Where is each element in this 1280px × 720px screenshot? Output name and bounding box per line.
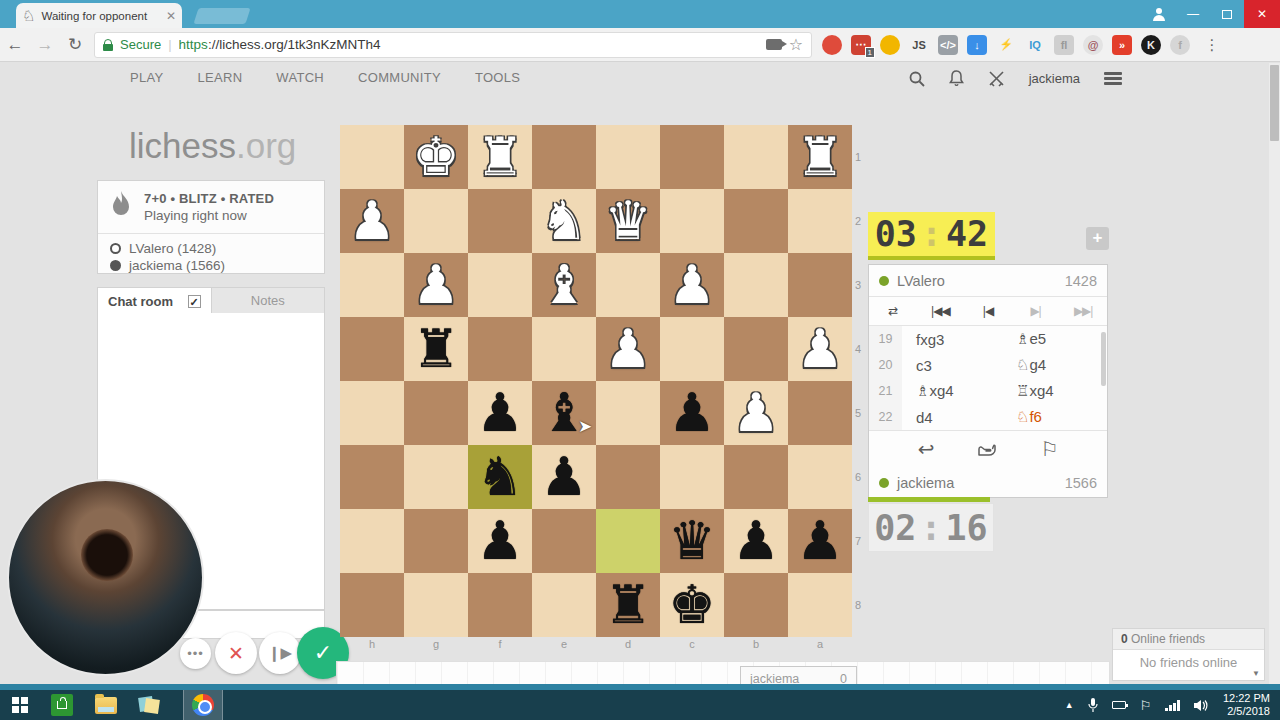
file-labels: hgfedcba	[340, 638, 852, 650]
online-friends-box: 0 Online friends No friends online ▼	[1112, 628, 1265, 681]
close-button[interactable]: ✕	[1244, 0, 1280, 28]
square-a3[interactable]	[788, 253, 852, 317]
square-d6[interactable]	[596, 445, 660, 509]
extension-icon-2[interactable]: ⋯1	[851, 35, 871, 55]
extension-icon-3[interactable]	[880, 35, 900, 55]
browser-titlebar: ♘ Waiting for opponent ✕ — ✕	[0, 0, 1280, 28]
hamburger-menu-icon[interactable]	[1104, 72, 1122, 85]
move-number: 21	[869, 378, 902, 404]
extension-icon-8[interactable]: IQ	[1025, 35, 1045, 55]
player-name[interactable]: jackiema	[897, 475, 954, 491]
time-control-label: 7+0 • BLITZ • RATED	[144, 191, 274, 206]
tab-cast-icon[interactable]	[766, 39, 782, 50]
black-knight-f6[interactable]: ♞	[476, 445, 524, 509]
square-g1[interactable]: ♚	[404, 125, 468, 189]
browser-tab[interactable]: ♘ Waiting for opponent ✕	[16, 3, 182, 28]
black-pawn-f7[interactable]: ♟	[476, 509, 524, 573]
square-e8[interactable]	[532, 573, 596, 637]
white-player-line: LValero (1428)	[110, 240, 312, 257]
square-b3[interactable]	[724, 253, 788, 317]
square-f7[interactable]: ♟	[468, 509, 532, 573]
opponent-name[interactable]: LValero	[897, 273, 945, 289]
game-status-label: Playing right now	[144, 208, 274, 223]
lichess-knight-favicon: ♘	[22, 7, 35, 25]
square-g5[interactable]	[404, 381, 468, 445]
chess-board: ♚♜♜♟♞♛♟♝♟♜♟♟♟♝♟♟♞♟♟♛♟♟♜♚	[340, 125, 852, 637]
online-friends-header[interactable]: 0 Online friends	[1113, 629, 1264, 650]
square-b4[interactable]	[724, 317, 788, 381]
rank-label-7: 7	[855, 509, 869, 573]
square-d2[interactable]: ♛	[596, 189, 660, 253]
opponent-row: LValero 1428	[869, 265, 1107, 296]
game-info-box: 7+0 • BLITZ • RATED Playing right now LV…	[97, 180, 325, 274]
add-time-button[interactable]: +	[1086, 227, 1109, 250]
player-highlight-bar	[868, 497, 990, 502]
move-row-19: 19fxg3♗e5	[869, 326, 1107, 352]
square-b8[interactable]	[724, 573, 788, 637]
black-move-22[interactable]: ♘f6	[1002, 408, 1102, 426]
square-b7[interactable]: ♟	[724, 509, 788, 573]
url-text[interactable]: https://lichess.org/1tk3nKzMNTh4	[179, 37, 759, 52]
square-e4[interactable]	[532, 317, 596, 381]
file-explorer-icon[interactable]	[95, 697, 117, 714]
square-f6[interactable]: ♞	[468, 445, 532, 509]
square-e2[interactable]: ♞	[532, 189, 596, 253]
nav-link-tools[interactable]: TOOLS	[475, 70, 520, 85]
extension-icon-13[interactable]: f	[1170, 35, 1190, 55]
file-label-d: d	[596, 638, 660, 650]
extension-icon-1[interactable]	[822, 35, 842, 55]
recorder-more-button[interactable]: •••	[180, 638, 211, 669]
square-h2[interactable]: ♟	[340, 189, 404, 253]
move-number: 22	[869, 404, 902, 430]
square-d8[interactable]: ♜	[596, 573, 660, 637]
square-f2[interactable]	[468, 189, 532, 253]
extension-icons: ⋯1JS</>↓⚡IQfl@»Kf	[822, 35, 1190, 55]
square-g8[interactable]	[404, 573, 468, 637]
white-pawn-c3[interactable]: ♟	[668, 253, 716, 317]
extension-icon-6[interactable]: ↓	[967, 35, 987, 55]
white-pawn-b5[interactable]: ♟	[732, 381, 780, 445]
nav-link-community[interactable]: COMMUNITY	[358, 70, 441, 85]
square-a4[interactable]: ♟	[788, 317, 852, 381]
last-move-icon[interactable]: ▶▶|	[1059, 304, 1107, 318]
taskbar: ▲ ⚐ 12:22 PM 2/5/2018	[0, 690, 1280, 720]
takeback-icon[interactable]: ↩	[918, 437, 935, 461]
square-g2[interactable]	[404, 189, 468, 253]
page-scrollbar[interactable]	[1269, 63, 1280, 686]
draw-offer-hand-icon[interactable]	[976, 439, 998, 459]
move-row-20: 20c3♘g4	[869, 352, 1107, 378]
rank-labels: 12345678	[855, 125, 869, 637]
move-number: 20	[869, 352, 902, 378]
extension-icon-7[interactable]: ⚡	[996, 35, 1016, 55]
square-g7[interactable]	[404, 509, 468, 573]
secure-label: Secure	[120, 37, 161, 52]
flip-board-icon[interactable]: ⇄	[869, 304, 917, 318]
square-f1[interactable]: ♜	[468, 125, 532, 189]
extension-icon-11[interactable]: »	[1112, 35, 1132, 55]
square-h6[interactable]	[340, 445, 404, 509]
black-rook-g4[interactable]: ♜	[412, 317, 460, 381]
square-f3[interactable]	[468, 253, 532, 317]
recorder-play-pause-button[interactable]: ❙▶	[259, 632, 301, 674]
square-d5[interactable]	[596, 381, 660, 445]
square-a8[interactable]	[788, 573, 852, 637]
webcam-video	[7, 479, 204, 676]
square-c6[interactable]	[660, 445, 724, 509]
collapse-caret-icon[interactable]: ▼	[1252, 669, 1260, 678]
white-move-21[interactable]: ♗xg4	[902, 382, 1002, 400]
game-side-panel: LValero 1428 ⇄|◀◀|◀▶|▶▶| 19fxg3♗e520c3♘g…	[868, 264, 1108, 498]
mouse-cursor: ➤	[578, 416, 592, 437]
black-queen-c7[interactable]: ♛	[668, 509, 716, 573]
chrome-menu-icon[interactable]: ⋮	[1200, 36, 1224, 54]
square-e6[interactable]: ♟	[532, 445, 596, 509]
move-number: 19	[869, 326, 902, 352]
rank-label-5: 5	[855, 381, 869, 445]
player-row: jackiema 1566	[869, 467, 1107, 498]
white-move-20[interactable]: c3	[902, 357, 1002, 374]
white-king-g1[interactable]: ♚	[412, 125, 460, 189]
extension-icon-10[interactable]: @	[1083, 35, 1103, 55]
white-pawn-a4[interactable]: ♟	[796, 317, 844, 381]
square-a6[interactable]	[788, 445, 852, 509]
action-center-flag-icon[interactable]: ⚐	[1140, 698, 1152, 713]
tab-close-icon[interactable]: ✕	[166, 9, 176, 23]
square-h1[interactable]	[340, 125, 404, 189]
square-g3[interactable]: ♟	[404, 253, 468, 317]
username-menu[interactable]: jackiema	[1029, 71, 1080, 86]
online-dot-icon	[879, 478, 889, 488]
first-move-icon[interactable]: |◀◀	[917, 304, 965, 318]
battery-icon[interactable]	[1112, 701, 1126, 709]
previous-move-icon[interactable]: |◀	[964, 304, 1012, 318]
screen: ♘ Waiting for opponent ✕ — ✕ ← → ↻ Secur…	[0, 0, 1280, 720]
notifications-bell-icon[interactable]	[949, 70, 964, 87]
square-c4[interactable]	[660, 317, 724, 381]
square-b2[interactable]	[724, 189, 788, 253]
square-a5[interactable]	[788, 381, 852, 445]
square-a2[interactable]	[788, 189, 852, 253]
extension-icon-12[interactable]: K	[1141, 35, 1161, 55]
opponent-rating: 1428	[1065, 273, 1097, 289]
move-row-21: 21♗xg4♖xg4	[869, 378, 1107, 404]
move-row-22: 22d4♘f6	[869, 404, 1107, 430]
white-knight-e2[interactable]: ♞	[540, 189, 588, 253]
square-h7[interactable]	[340, 509, 404, 573]
square-b1[interactable]	[724, 125, 788, 189]
file-label-f: f	[468, 638, 532, 650]
rank-label-6: 6	[855, 445, 869, 509]
player-rating: 1566	[1065, 475, 1097, 491]
nav-link-play[interactable]: PLAY	[130, 70, 163, 85]
white-rook-f1[interactable]: ♜	[476, 125, 524, 189]
file-label-e: e	[532, 638, 596, 650]
square-c2[interactable]	[660, 189, 724, 253]
challenge-crossed-swords-icon[interactable]	[988, 70, 1005, 87]
bookmark-star-icon[interactable]: ☆	[789, 35, 803, 54]
black-pawn-a7[interactable]: ♟	[796, 509, 844, 573]
chrome-taskbar-icon[interactable]	[183, 690, 223, 720]
white-pawn-g3[interactable]: ♟	[412, 253, 460, 317]
white-move-22[interactable]: d4	[902, 409, 1002, 426]
site-nav: PLAYLEARNWATCHCOMMUNITYTOOLS	[130, 70, 520, 85]
square-b6[interactable]	[724, 445, 788, 509]
black-pawn-f5[interactable]: ♟	[476, 381, 524, 445]
white-pawn-d4[interactable]: ♟	[604, 317, 652, 381]
black-move-19[interactable]: ♗e5	[1002, 330, 1102, 348]
black-pawn-e6[interactable]: ♟	[540, 445, 588, 509]
white-clock-active: 03:42	[868, 212, 995, 260]
black-pawn-c5[interactable]: ♟	[668, 381, 716, 445]
white-pawn-h2[interactable]: ♟	[348, 189, 396, 253]
nav-link-watch[interactable]: WATCH	[276, 70, 324, 85]
black-color-icon	[110, 260, 121, 271]
resign-flag-icon[interactable]: ⚐	[1040, 437, 1058, 461]
new-tab-button[interactable]	[193, 8, 250, 24]
browser-toolbar: ← → ↻ Secure | https://lichess.org/1tk3n…	[0, 28, 1280, 62]
white-move-19[interactable]: fxg3	[902, 331, 1002, 348]
black-pawn-b7[interactable]: ♟	[732, 509, 780, 573]
black-clock: 02:16	[868, 503, 994, 552]
square-h4[interactable]	[340, 317, 404, 381]
square-d1[interactable]	[596, 125, 660, 189]
search-icon[interactable]	[909, 71, 925, 87]
square-a1[interactable]: ♜	[788, 125, 852, 189]
next-move-icon[interactable]: ▶|	[1012, 304, 1060, 318]
file-label-g: g	[404, 638, 468, 650]
black-rook-d8[interactable]: ♜	[604, 573, 652, 637]
tab-title: Waiting for opponent	[41, 10, 159, 22]
square-h8[interactable]	[340, 573, 404, 637]
square-e7[interactable]	[532, 509, 596, 573]
extension-icon-9[interactable]: fl	[1054, 35, 1074, 55]
square-c1[interactable]	[660, 125, 724, 189]
start-button[interactable]	[12, 697, 29, 714]
rank-label-3: 3	[855, 253, 869, 317]
chat-toggle-checkbox[interactable]: ✓	[188, 295, 201, 308]
file-label-a: a	[788, 638, 852, 650]
square-g4[interactable]: ♜	[404, 317, 468, 381]
scrollbar-thumb[interactable]	[1270, 65, 1279, 141]
reload-button[interactable]: ↻	[60, 34, 90, 55]
no-friends-label: No friends online	[1113, 650, 1264, 670]
game-actions: ↩ ⚐	[869, 430, 1107, 467]
file-label-c: c	[660, 638, 724, 650]
square-a7[interactable]: ♟	[788, 509, 852, 573]
white-queen-d2[interactable]: ♛	[604, 189, 652, 253]
back-button[interactable]: ←	[0, 35, 30, 55]
windows-store-icon[interactable]	[51, 694, 73, 716]
address-bar[interactable]: Secure | https://lichess.org/1tk3nKzMNTh…	[94, 32, 812, 58]
forward-button[interactable]: →	[30, 35, 60, 55]
profile-icon[interactable]	[1142, 0, 1176, 28]
rank-label-4: 4	[855, 317, 869, 381]
white-bishop-e3[interactable]: ♝	[540, 253, 588, 317]
square-d4[interactable]: ♟	[596, 317, 660, 381]
black-move-20[interactable]: ♘g4	[1002, 356, 1102, 374]
square-f4[interactable]	[468, 317, 532, 381]
square-b5[interactable]: ♟	[724, 381, 788, 445]
black-move-21[interactable]: ♖xg4	[1002, 382, 1102, 400]
omnibox-separator: |	[168, 37, 171, 52]
rank-label-1: 1	[855, 125, 869, 189]
square-g6[interactable]	[404, 445, 468, 509]
minimize-button[interactable]: —	[1176, 0, 1210, 28]
extension-icon-4[interactable]: JS	[909, 35, 929, 55]
blitz-flame-icon	[110, 191, 132, 221]
move-list-scrollbar[interactable]	[1101, 332, 1106, 386]
nav-link-learn[interactable]: LEARN	[197, 70, 242, 85]
lichess-logo[interactable]: lichess.org	[129, 126, 296, 166]
sticky-notes-icon[interactable]	[139, 694, 161, 716]
online-dot-icon	[879, 276, 889, 286]
square-f8[interactable]	[468, 573, 532, 637]
square-c7[interactable]: ♛	[660, 509, 724, 573]
rank-label-2: 2	[855, 189, 869, 253]
square-h5[interactable]	[340, 381, 404, 445]
move-navigation: ⇄|◀◀|◀▶|▶▶|	[869, 296, 1107, 326]
square-c5[interactable]: ♟	[660, 381, 724, 445]
maximize-button[interactable]	[1210, 0, 1244, 28]
square-e1[interactable]	[532, 125, 596, 189]
square-e3[interactable]: ♝	[532, 253, 596, 317]
white-rook-a1[interactable]: ♜	[796, 125, 844, 189]
move-list: 19fxg3♗e520c3♘g421♗xg4♖xg422d4♘f6	[869, 326, 1107, 430]
volume-icon[interactable]	[1194, 699, 1209, 712]
square-d7[interactable]	[596, 509, 660, 573]
tab-chat-room[interactable]: Chat room ✓	[97, 287, 212, 314]
file-label-b: b	[724, 638, 788, 650]
secure-lock-icon	[103, 39, 113, 51]
rank-label-8: 8	[855, 573, 869, 637]
black-player-line: jackiema (1566)	[110, 257, 312, 274]
white-color-icon	[110, 243, 121, 254]
recorder-cancel-button[interactable]: ✕	[215, 632, 257, 674]
square-h3[interactable]	[340, 253, 404, 317]
square-d3[interactable]	[596, 253, 660, 317]
extension-icon-5[interactable]: </>	[938, 35, 958, 55]
microphone-icon[interactable]	[1088, 698, 1098, 713]
network-signal-icon[interactable]	[1165, 700, 1180, 711]
square-f5[interactable]: ♟	[468, 381, 532, 445]
tray-expand-icon[interactable]: ▲	[1065, 700, 1074, 710]
square-c3[interactable]: ♟	[660, 253, 724, 317]
square-c8[interactable]: ♚	[660, 573, 724, 637]
black-king-c8[interactable]: ♚	[668, 573, 716, 637]
taskbar-clock[interactable]: 12:22 PM 2/5/2018	[1223, 692, 1270, 718]
file-label-h: h	[340, 638, 404, 650]
tab-notes[interactable]: Notes	[212, 287, 326, 314]
